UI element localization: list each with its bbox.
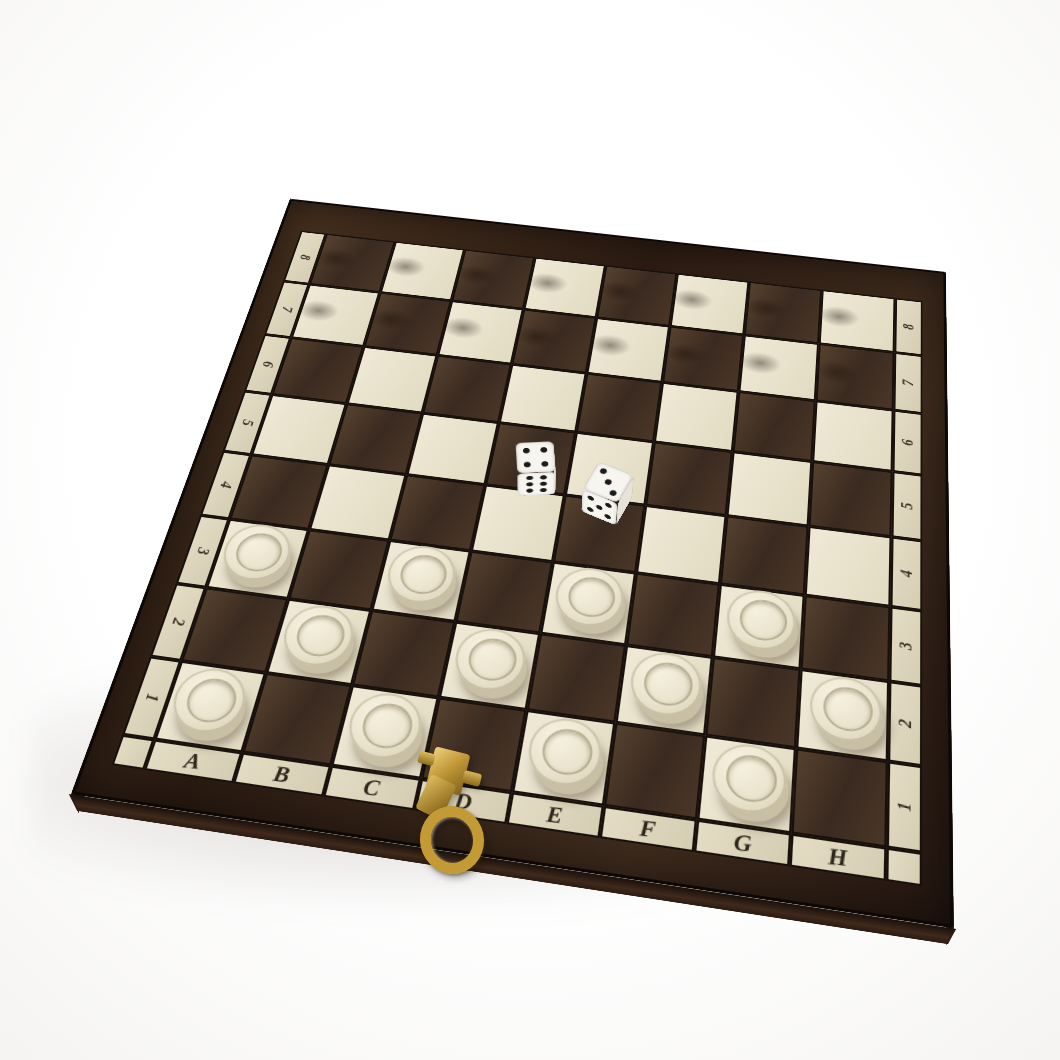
piece-glyph-king: ♚ [599, 216, 676, 302]
checker-ring [357, 700, 416, 751]
piece-glyph-pawn: ♟ [532, 295, 577, 345]
piece-glyph-pawn: ♟ [606, 304, 651, 354]
square-g4[interactable] [720, 516, 809, 596]
file-label-text: E [546, 801, 565, 830]
rank-label-text: 8 [900, 323, 917, 330]
piece-glyph-knight: ♞ [755, 254, 812, 318]
checker-ring [724, 751, 778, 804]
rank-label-right-8: 8 [894, 298, 922, 356]
rank-label-text: 4 [897, 569, 916, 578]
rank-label-right-5: 5 [892, 471, 923, 540]
piece-glyph-bishop: ♝ [682, 246, 739, 309]
checker-ring [822, 684, 873, 734]
checker-ring [181, 675, 242, 725]
square-h5[interactable] [809, 462, 893, 537]
rank-label-text: 2 [895, 718, 915, 729]
rank-label-text: 3 [896, 641, 916, 651]
square-c4[interactable] [389, 475, 485, 551]
queen-cream-tips-icon [562, 225, 568, 231]
piece-glyph-pawn: ♟ [459, 287, 503, 337]
file-label-text: F [639, 814, 657, 843]
square-f1[interactable] [604, 723, 705, 820]
file-label-text: G [734, 828, 752, 857]
die-front-face [517, 471, 556, 495]
file-label-text: B [271, 761, 292, 789]
rank-label-right-3: 3 [889, 607, 922, 686]
king-cream-cross-icon [632, 212, 642, 224]
file-label-text: A [182, 748, 204, 775]
square-f3[interactable] [626, 573, 720, 657]
strip-corner-front-right [886, 848, 922, 887]
file-label-text: C [362, 774, 383, 802]
rank-label-right-7: 7 [894, 352, 923, 413]
checker-ring [538, 725, 594, 777]
piece-glyph-queen: ♛ [531, 218, 598, 293]
die-1[interactable] [515, 452, 555, 484]
rank-label-right-2: 2 [888, 681, 922, 766]
checker-ring [230, 530, 286, 573]
square-f4[interactable] [636, 505, 727, 584]
checker-ring [464, 635, 519, 683]
square-f6[interactable] [654, 382, 739, 451]
checker-ring [396, 552, 450, 596]
square-c6[interactable] [422, 355, 511, 422]
rank-label-text: 1 [894, 800, 915, 812]
piece-glyph-pawn: ♟ [757, 321, 802, 371]
rank-label-right-4: 4 [890, 537, 922, 611]
rank-label-text: 6 [899, 438, 917, 446]
piece-glyph-pawn: ♟ [386, 278, 430, 327]
rank-label-text: 5 [898, 501, 916, 510]
file-label-text: H [828, 842, 848, 872]
square-h6[interactable] [812, 401, 893, 472]
perspective-scene: 1234567812345678ABCDEFGH♜♞♝♛♚♝♞♜♟♟♟♟♟♟♟♟ [0, 0, 1060, 1060]
rank-label-text: 3 [193, 546, 213, 555]
square-f5[interactable] [645, 442, 732, 516]
rank-label-text: 4 [216, 480, 236, 489]
checker-ring [291, 612, 349, 659]
rank-label-right-6: 6 [893, 410, 923, 475]
square-e2[interactable] [527, 633, 626, 722]
die-top-face [515, 441, 555, 473]
square-d6[interactable] [499, 364, 587, 432]
rank-label-text: 7 [900, 379, 917, 387]
piece-glyph-rook: ♜ [326, 208, 380, 268]
piece-glyph-rook: ♜ [830, 264, 886, 326]
rank-label-text: 2 [168, 617, 189, 627]
square-h3[interactable] [801, 595, 891, 681]
rank-label-text: 5 [238, 418, 257, 426]
square-e6[interactable] [576, 373, 662, 442]
piece-glyph-knight: ♞ [395, 214, 451, 276]
square-g5[interactable] [727, 452, 813, 527]
square-h1[interactable] [791, 748, 888, 847]
board-3d: 1234567812345678ABCDEFGH♜♞♝♛♚♝♞♜♟♟♟♟♟♟♟♟ [71, 199, 954, 929]
checker-ring [565, 574, 617, 619]
square-d4[interactable] [471, 485, 565, 562]
rank-label-text: 6 [259, 360, 277, 368]
square-c5[interactable] [406, 413, 498, 485]
rank-label-text: 1 [141, 692, 163, 703]
die-2[interactable] [581, 472, 632, 514]
piece-glyph-bishop: ♝ [466, 222, 522, 284]
square-g6[interactable] [733, 391, 816, 461]
rank-label-right-1: 1 [887, 761, 923, 852]
checker-ring [641, 659, 694, 708]
square-g2[interactable] [705, 657, 800, 748]
square-h4[interactable] [805, 526, 892, 606]
brass-clasp[interactable] [400, 750, 496, 866]
square-d3[interactable] [455, 551, 553, 633]
piece-glyph-pawn: ♟ [681, 312, 726, 362]
photo-stage: 1234567812345678ABCDEFGH♜♞♝♛♚♝♞♜♟♟♟♟♟♟♟♟ [0, 0, 1060, 1060]
piece-glyph-pawn: ♟ [314, 270, 358, 319]
piece-glyph-pawn: ♟ [833, 330, 878, 381]
checker-ring [738, 597, 788, 643]
square-c2[interactable] [352, 610, 455, 697]
